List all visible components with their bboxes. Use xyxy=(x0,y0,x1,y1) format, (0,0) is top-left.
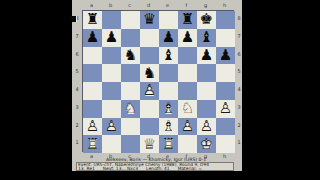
square-g4 xyxy=(197,82,216,100)
black-to-move-indicator xyxy=(70,16,77,22)
coord-label: 2 xyxy=(235,117,243,135)
square-e1: ♜♖ xyxy=(159,135,178,153)
square-f5 xyxy=(178,64,197,82)
rank-labels-right: 87654321 xyxy=(235,10,243,152)
coord-label: 7 xyxy=(235,28,243,46)
black-p-piece: ♟ xyxy=(162,30,175,45)
white-b-piece: ♝♗ xyxy=(159,118,178,136)
square-b5 xyxy=(102,64,121,82)
next-move: Next: 13... Nxc3 xyxy=(103,167,138,170)
board: ♜♛♜♚♟♟♟♟♝♞♝♟♟♞♟♙♞♘♝♗♞♘♟♙♟♙♟♙♝♗♟♙♟♙♜♖♛♕♜♖… xyxy=(82,10,234,152)
coord-label: 4 xyxy=(73,81,81,99)
move-played: 13. Re1 xyxy=(78,167,95,170)
black-r-piece: ♜ xyxy=(86,12,99,27)
black-b-piece: ♝ xyxy=(162,48,175,63)
square-b4 xyxy=(102,82,121,100)
square-e8 xyxy=(159,11,178,29)
black-r-piece: ♜ xyxy=(181,12,194,27)
square-b8 xyxy=(102,11,121,29)
square-f3: ♞♘ xyxy=(178,100,197,118)
square-h5 xyxy=(216,64,235,82)
coord-label: d xyxy=(139,1,158,9)
square-f8: ♜ xyxy=(178,11,197,29)
square-h1 xyxy=(216,135,235,153)
black-p-piece: ♟ xyxy=(86,30,99,45)
square-g8: ♚ xyxy=(197,11,216,29)
square-e4 xyxy=(159,82,178,100)
coord-label: 4 xyxy=(235,81,243,99)
black-p-piece: ♟ xyxy=(181,30,194,45)
coord-label: a xyxy=(82,1,101,9)
move-info-line: 13. Re1 Next: 13... Nxc3 Length: 41 Mate… xyxy=(78,167,232,170)
square-c6: ♞ xyxy=(121,47,140,65)
square-h6: ♟ xyxy=(216,47,235,65)
black-p-piece: ♟ xyxy=(219,48,232,63)
rank-labels-left: 87654321 xyxy=(73,10,81,152)
black-k-piece: ♚ xyxy=(200,12,213,27)
game-length: Length: 41 xyxy=(146,167,170,170)
coord-label: 2 xyxy=(73,117,81,135)
coord-label: 6 xyxy=(73,46,81,64)
black-b-piece: ♝ xyxy=(200,30,213,45)
white-r-piece: ♜♖ xyxy=(83,135,102,153)
square-e3: ♝♗ xyxy=(159,100,178,118)
square-d6 xyxy=(140,47,159,65)
square-f6 xyxy=(178,47,197,65)
coord-label: 5 xyxy=(235,63,243,81)
coord-label: g xyxy=(196,1,215,9)
white-n-piece: ♞♘ xyxy=(121,100,140,118)
square-c4 xyxy=(121,82,140,100)
square-c5 xyxy=(121,64,140,82)
black-p-piece: ♟ xyxy=(105,30,118,45)
square-f1 xyxy=(178,135,197,153)
coord-label: 3 xyxy=(235,99,243,117)
square-h7 xyxy=(216,29,235,47)
square-a5 xyxy=(83,64,102,82)
black-n-piece: ♞ xyxy=(124,48,137,63)
square-g6: ♟ xyxy=(197,47,216,65)
square-d7 xyxy=(140,29,159,47)
game-info-box: Event: URS-chT, Naberezhnye Chelny (1988… xyxy=(76,162,234,171)
square-h3: ♟♙ xyxy=(216,100,235,118)
white-r-piece: ♜♖ xyxy=(159,135,178,153)
square-b1 xyxy=(102,135,121,153)
white-b-piece: ♝♗ xyxy=(159,100,178,118)
coord-label: 8 xyxy=(235,10,243,28)
square-g1: ♚♔ xyxy=(197,135,216,153)
square-b6 xyxy=(102,47,121,65)
white-p-piece: ♟♙ xyxy=(197,118,216,136)
square-b2: ♟♙ xyxy=(102,118,121,136)
white-q-piece: ♛♕ xyxy=(140,135,159,153)
white-p-piece: ♟♙ xyxy=(140,82,159,100)
square-c3: ♞♘ xyxy=(121,100,140,118)
square-c1 xyxy=(121,135,140,153)
coord-label: 3 xyxy=(73,99,81,117)
square-d1: ♛♕ xyxy=(140,135,159,153)
square-e6: ♝ xyxy=(159,47,178,65)
white-p-piece: ♟♙ xyxy=(216,100,235,118)
square-h2 xyxy=(216,118,235,136)
square-e7: ♟ xyxy=(159,29,178,47)
square-g7: ♝ xyxy=(197,29,216,47)
white-p-piece: ♟♙ xyxy=(102,118,121,136)
square-a3 xyxy=(83,100,102,118)
coord-label: 1 xyxy=(235,134,243,152)
square-e5 xyxy=(159,64,178,82)
square-e2: ♝♗ xyxy=(159,118,178,136)
square-a1: ♜♖ xyxy=(83,135,102,153)
square-a8: ♜ xyxy=(83,11,102,29)
square-d8: ♛ xyxy=(140,11,159,29)
square-d2 xyxy=(140,118,159,136)
square-b7: ♟ xyxy=(102,29,121,47)
players-caption: Alekseev, Boris — Khomicky, Igor (URS) 0… xyxy=(76,157,236,162)
square-c2 xyxy=(121,118,140,136)
black-p-piece: ♟ xyxy=(200,48,213,63)
white-p-piece: ♟♙ xyxy=(178,118,197,136)
material-balance: Material: = xyxy=(178,167,202,170)
white-k-piece: ♚♔ xyxy=(197,135,216,153)
square-d5: ♞ xyxy=(140,64,159,82)
file-labels-top: abcdefgh xyxy=(82,1,234,9)
square-a2: ♟♙ xyxy=(83,118,102,136)
square-f2: ♟♙ xyxy=(178,118,197,136)
coord-label: b xyxy=(101,1,120,9)
coord-label: 6 xyxy=(235,46,243,64)
coord-label: h xyxy=(215,1,234,9)
square-f4 xyxy=(178,82,197,100)
square-a7: ♟ xyxy=(83,29,102,47)
white-p-piece: ♟♙ xyxy=(83,118,102,136)
coord-label: c xyxy=(120,1,139,9)
square-c7 xyxy=(121,29,140,47)
square-d4: ♟♙ xyxy=(140,82,159,100)
square-b3 xyxy=(102,100,121,118)
coord-label: e xyxy=(158,1,177,9)
square-d3 xyxy=(140,100,159,118)
white-n-piece: ♞♘ xyxy=(178,100,197,118)
square-g3 xyxy=(197,100,216,118)
square-a4 xyxy=(83,82,102,100)
square-g5 xyxy=(197,64,216,82)
square-c8 xyxy=(121,11,140,29)
square-g2: ♟♙ xyxy=(197,118,216,136)
square-f7: ♟ xyxy=(178,29,197,47)
square-h4 xyxy=(216,82,235,100)
black-n-piece: ♞ xyxy=(143,66,156,81)
coord-label: 5 xyxy=(73,63,81,81)
coord-label: 7 xyxy=(73,28,81,46)
square-a6 xyxy=(83,47,102,65)
coord-label: f xyxy=(177,1,196,9)
square-h8 xyxy=(216,11,235,29)
coord-label: 1 xyxy=(73,134,81,152)
black-q-piece: ♛ xyxy=(143,12,156,27)
